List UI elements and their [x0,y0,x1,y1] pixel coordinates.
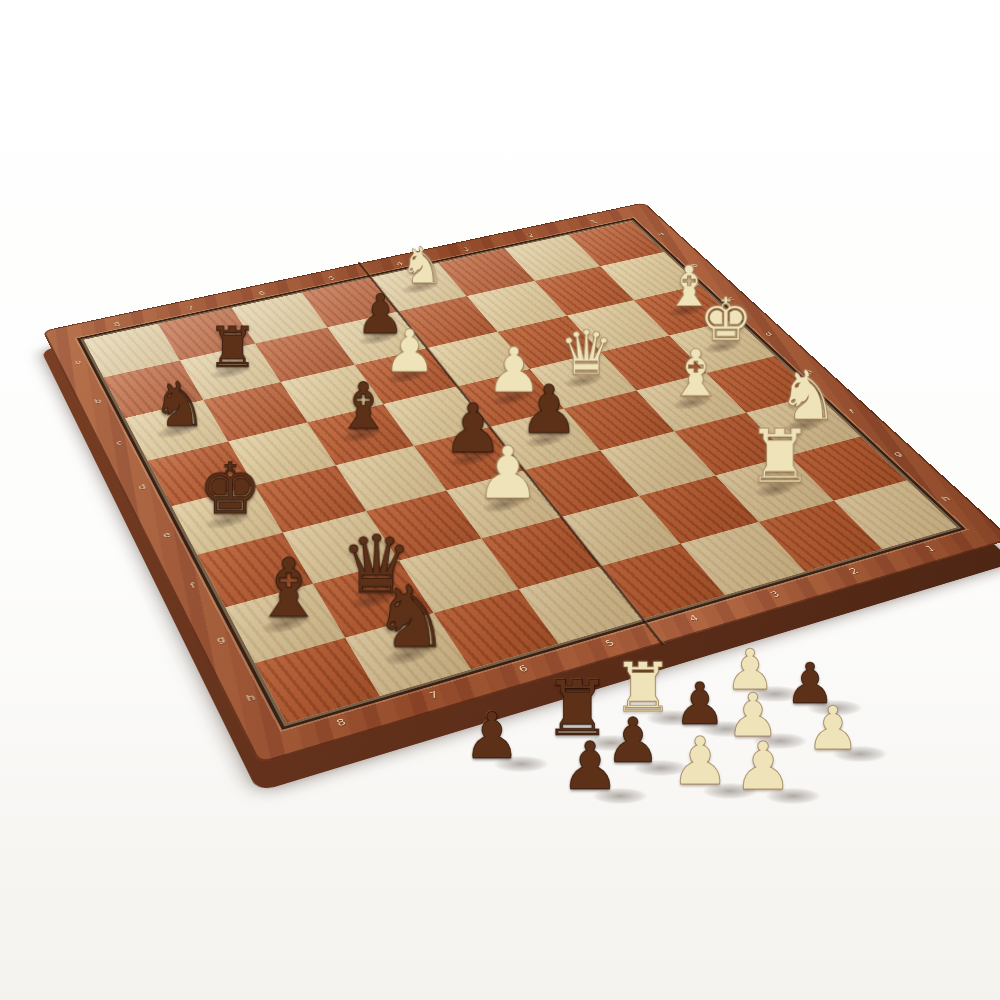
white-B-glyph: ♝ [641,342,749,407]
black-K-glyph: ♚ [171,454,289,525]
black-P-glyph: ♟ [560,734,619,800]
captured-black-P-3[interactable]: ♟ [590,734,649,800]
captured-white-P-6[interactable]: ♟ [833,698,887,758]
white-P-glyph: ♟ [733,734,792,800]
white-P-glyph: ♟ [449,437,566,510]
black-N-glyph: ♞ [347,574,476,660]
photo-scene: ♞♜♟♞♟♝♝♟♛♚♚♟♟♝♟♞♝♛♜♞ 87654321 87654321 a… [0,0,1000,1000]
black-B-glyph: ♝ [308,375,419,439]
black-B-glyph: ♝ [225,547,351,629]
black-R-glyph: ♜ [180,320,286,376]
captured-black-P-1[interactable]: ♟ [492,704,549,768]
white-P-glyph: ♟ [670,729,729,795]
black-P-glyph: ♟ [463,704,520,768]
white-R-glyph: ♜ [721,419,836,494]
captured-white-P-5[interactable]: ♟ [763,734,822,800]
black-N-glyph: ♞ [124,373,235,434]
